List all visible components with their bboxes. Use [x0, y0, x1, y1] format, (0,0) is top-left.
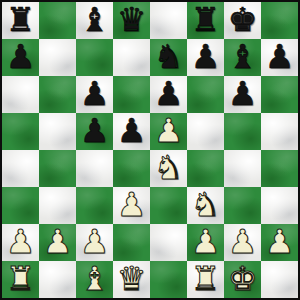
square-h6[interactable]: [261, 76, 298, 113]
square-c6[interactable]: ♟: [76, 76, 113, 113]
square-h2[interactable]: ♟: [261, 224, 298, 261]
square-a5[interactable]: [2, 113, 39, 150]
square-d1[interactable]: ♛: [113, 261, 150, 298]
black-rook-piece[interactable]: ♜: [191, 3, 221, 36]
square-c4[interactable]: [76, 150, 113, 187]
square-a8[interactable]: ♜: [2, 2, 39, 39]
square-d2[interactable]: [113, 224, 150, 261]
white-knight-piece[interactable]: ♞: [191, 188, 221, 221]
square-g4[interactable]: [224, 150, 261, 187]
square-h5[interactable]: [261, 113, 298, 150]
square-e8[interactable]: [150, 2, 187, 39]
square-g6[interactable]: ♟: [224, 76, 261, 113]
square-h4[interactable]: [261, 150, 298, 187]
square-d6[interactable]: [113, 76, 150, 113]
square-g1[interactable]: ♚: [224, 261, 261, 298]
black-pawn-piece[interactable]: ♟: [6, 40, 36, 73]
black-pawn-piece[interactable]: ♟: [80, 114, 110, 147]
square-h7[interactable]: ♟: [261, 39, 298, 76]
square-g7[interactable]: ♝: [224, 39, 261, 76]
square-g8[interactable]: ♚: [224, 2, 261, 39]
square-e3[interactable]: [150, 187, 187, 224]
square-f2[interactable]: ♟: [187, 224, 224, 261]
white-rook-piece[interactable]: ♜: [6, 262, 36, 295]
black-knight-piece[interactable]: ♞: [154, 40, 184, 73]
square-e7[interactable]: ♞: [150, 39, 187, 76]
square-b7[interactable]: [39, 39, 76, 76]
black-bishop-piece[interactable]: ♝: [228, 40, 258, 73]
square-e5[interactable]: ♟: [150, 113, 187, 150]
square-c7[interactable]: [76, 39, 113, 76]
white-king-piece[interactable]: ♚: [228, 262, 258, 295]
square-f8[interactable]: ♜: [187, 2, 224, 39]
square-f7[interactable]: ♟: [187, 39, 224, 76]
black-queen-piece[interactable]: ♛: [117, 3, 147, 36]
square-b3[interactable]: [39, 187, 76, 224]
square-b5[interactable]: [39, 113, 76, 150]
black-bishop-piece[interactable]: ♝: [80, 3, 110, 36]
square-b2[interactable]: ♟: [39, 224, 76, 261]
square-f5[interactable]: [187, 113, 224, 150]
square-h8[interactable]: [261, 2, 298, 39]
square-b6[interactable]: [39, 76, 76, 113]
white-pawn-piece[interactable]: ♟: [117, 188, 147, 221]
square-e4[interactable]: ♞: [150, 150, 187, 187]
square-c3[interactable]: [76, 187, 113, 224]
square-c2[interactable]: ♟: [76, 224, 113, 261]
black-pawn-piece[interactable]: ♟: [117, 114, 147, 147]
square-a7[interactable]: ♟: [2, 39, 39, 76]
square-d4[interactable]: [113, 150, 150, 187]
square-f3[interactable]: ♞: [187, 187, 224, 224]
square-c1[interactable]: ♝: [76, 261, 113, 298]
white-pawn-piece[interactable]: ♟: [43, 225, 73, 258]
square-h3[interactable]: [261, 187, 298, 224]
square-b1[interactable]: [39, 261, 76, 298]
white-pawn-piece[interactable]: ♟: [228, 225, 258, 258]
square-a4[interactable]: [2, 150, 39, 187]
white-pawn-piece[interactable]: ♟: [191, 225, 221, 258]
white-bishop-piece[interactable]: ♝: [80, 262, 110, 295]
white-rook-piece[interactable]: ♜: [191, 262, 221, 295]
white-pawn-piece[interactable]: ♟: [265, 225, 295, 258]
black-pawn-piece[interactable]: ♟: [80, 77, 110, 110]
square-b8[interactable]: [39, 2, 76, 39]
black-pawn-piece[interactable]: ♟: [228, 77, 258, 110]
black-pawn-piece[interactable]: ♟: [154, 77, 184, 110]
white-pawn-piece[interactable]: ♟: [80, 225, 110, 258]
square-d7[interactable]: [113, 39, 150, 76]
square-f1[interactable]: ♜: [187, 261, 224, 298]
square-g5[interactable]: [224, 113, 261, 150]
square-h1[interactable]: [261, 261, 298, 298]
square-a1[interactable]: ♜: [2, 261, 39, 298]
square-c5[interactable]: ♟: [76, 113, 113, 150]
square-g3[interactable]: [224, 187, 261, 224]
square-g2[interactable]: ♟: [224, 224, 261, 261]
black-pawn-piece[interactable]: ♟: [265, 40, 295, 73]
black-rook-piece[interactable]: ♜: [6, 3, 36, 36]
square-d3[interactable]: ♟: [113, 187, 150, 224]
white-pawn-piece[interactable]: ♟: [6, 225, 36, 258]
white-pawn-piece[interactable]: ♟: [154, 114, 184, 147]
square-a2[interactable]: ♟: [2, 224, 39, 261]
square-d5[interactable]: ♟: [113, 113, 150, 150]
white-queen-piece[interactable]: ♛: [117, 262, 147, 295]
square-b4[interactable]: [39, 150, 76, 187]
square-a3[interactable]: [2, 187, 39, 224]
square-a6[interactable]: [2, 76, 39, 113]
square-f4[interactable]: [187, 150, 224, 187]
square-e1[interactable]: [150, 261, 187, 298]
white-knight-piece[interactable]: ♞: [154, 151, 184, 184]
chess-board: ♜♝♛♜♚♟♞♟♝♟♟♟♟♟♟♟♞♟♞♟♟♟♟♟♟♜♝♛♜♚: [0, 0, 300, 300]
board-container: ♜♝♛♜♚♟♞♟♝♟♟♟♟♟♟♟♞♟♞♟♟♟♟♟♟♜♝♛♜♚: [0, 0, 300, 300]
square-c8[interactable]: ♝: [76, 2, 113, 39]
black-king-piece[interactable]: ♚: [228, 3, 258, 36]
square-e6[interactable]: ♟: [150, 76, 187, 113]
square-f6[interactable]: [187, 76, 224, 113]
square-d8[interactable]: ♛: [113, 2, 150, 39]
square-e2[interactable]: [150, 224, 187, 261]
black-pawn-piece[interactable]: ♟: [191, 40, 221, 73]
